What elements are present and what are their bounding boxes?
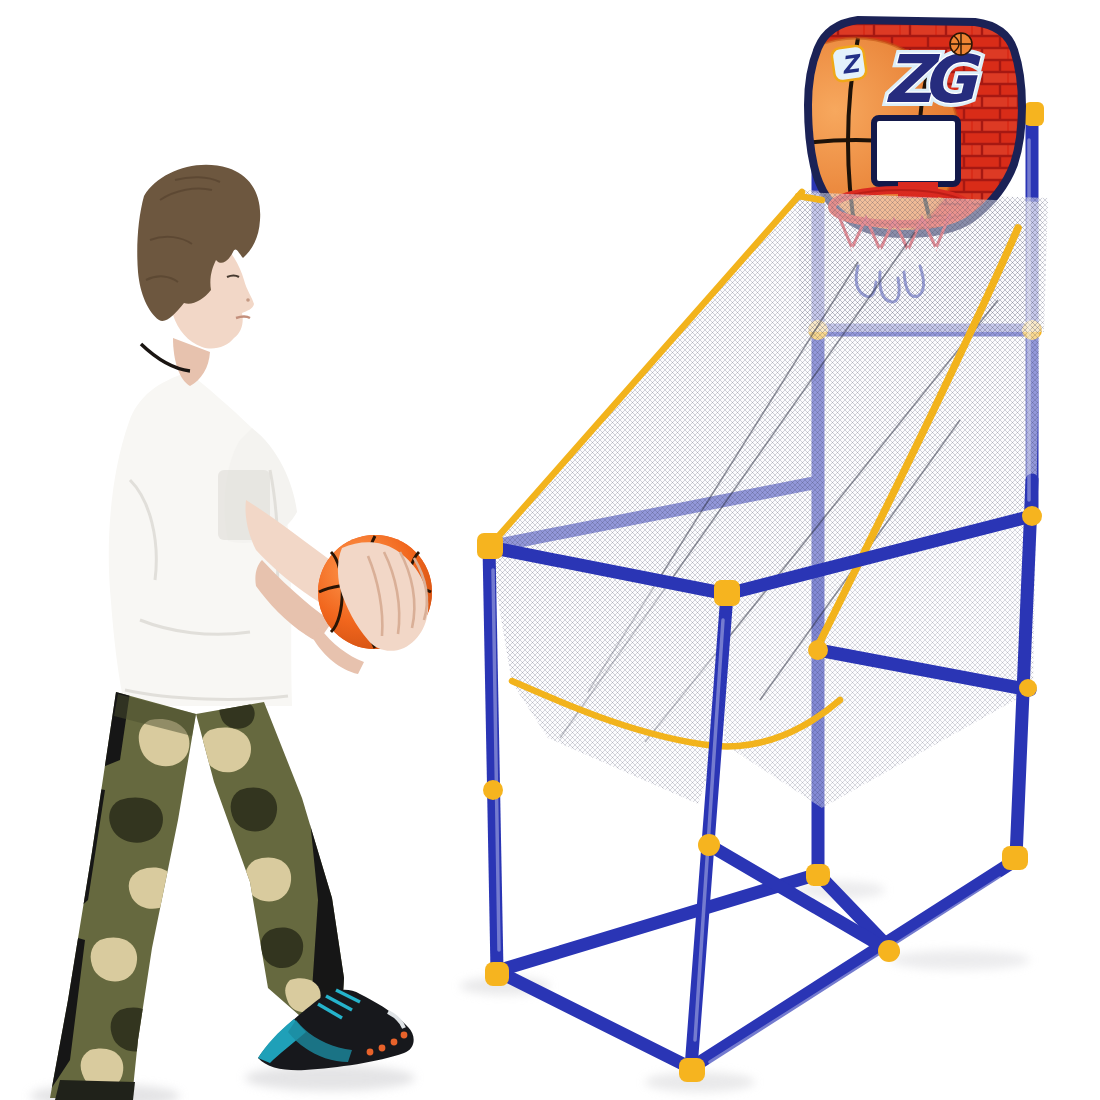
front-bottom-bar	[497, 971, 691, 1068]
sleeve-front-right-leg	[698, 834, 720, 856]
corner-front-left	[477, 533, 503, 559]
sleeve-mid-bar-left	[808, 640, 828, 660]
shadow-rear-right-foot	[890, 950, 1030, 970]
sleeve-right-rail	[1022, 506, 1042, 526]
product-photo: Z ZG ZG	[0, 0, 1100, 1100]
sleeve-mid-bar-right	[1019, 679, 1037, 697]
logo-badge: Z	[831, 45, 867, 82]
trim-top-tie	[798, 196, 822, 200]
sleeve-base-cross	[878, 940, 900, 962]
sneaker	[258, 990, 414, 1070]
left-bottom-bar	[497, 874, 818, 971]
shadow-back-shoe	[245, 1065, 415, 1091]
elbow-rear-right	[1002, 846, 1028, 870]
held-basketball	[314, 535, 432, 674]
cap-rear-right-post	[1024, 102, 1044, 126]
mouth	[236, 317, 250, 319]
sleeve-front-left-leg	[483, 780, 503, 800]
nostril	[246, 298, 250, 302]
front-foot-dark	[55, 1080, 135, 1100]
corner-front-right	[714, 580, 740, 606]
head	[137, 165, 260, 386]
scene-canvas: Z ZG ZG	[0, 0, 1100, 1100]
foot-front-left	[485, 962, 509, 986]
shooter-square	[874, 118, 958, 184]
foot-rear-left	[806, 864, 830, 886]
foot-front-right	[679, 1058, 705, 1082]
